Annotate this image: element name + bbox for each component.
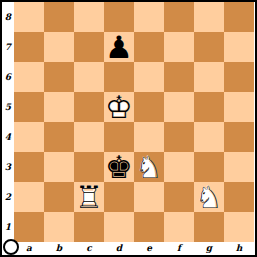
square-h8[interactable] (224, 2, 254, 32)
square-b1[interactable] (44, 212, 74, 242)
piece-white-rook-c2[interactable]: ♜♖ (74, 182, 104, 212)
square-a4[interactable] (14, 122, 44, 152)
square-b5[interactable] (44, 92, 74, 122)
square-g3[interactable] (194, 152, 224, 182)
square-b2[interactable] (44, 182, 74, 212)
square-d7[interactable]: ♟ (104, 32, 134, 62)
square-b6[interactable] (44, 62, 74, 92)
square-c8[interactable] (74, 2, 104, 32)
square-f3[interactable] (164, 152, 194, 182)
square-f2[interactable] (164, 182, 194, 212)
square-b4[interactable] (44, 122, 74, 152)
piece-outline-layer: ♘ (194, 182, 224, 212)
square-c2[interactable]: ♜♖ (74, 182, 104, 212)
square-c4[interactable] (74, 122, 104, 152)
square-d4[interactable] (104, 122, 134, 152)
square-e7[interactable] (134, 32, 164, 62)
rank-label-3: 3 (2, 152, 14, 182)
square-f8[interactable] (164, 2, 194, 32)
file-label-c: c (74, 242, 104, 255)
square-h5[interactable] (224, 92, 254, 122)
piece-black-pawn-d7[interactable]: ♟ (104, 32, 134, 62)
square-c3[interactable] (74, 152, 104, 182)
file-label-g: g (194, 242, 224, 255)
rank-label-2: 2 (2, 182, 14, 212)
chess-diagram: ♟♚♔♚♞♘♜♖♞♘ 87654321abcdefgh (0, 0, 257, 257)
rank-label-6: 6 (2, 62, 14, 92)
square-g6[interactable] (194, 62, 224, 92)
rank-label-7: 7 (2, 32, 14, 62)
file-label-b: b (44, 242, 74, 255)
square-b7[interactable] (44, 32, 74, 62)
square-a8[interactable] (14, 2, 44, 32)
file-label-a: a (14, 242, 44, 255)
piece-black-king-d3[interactable]: ♚ (104, 152, 134, 182)
piece-outline-layer: ♖ (74, 182, 104, 212)
square-a1[interactable] (14, 212, 44, 242)
square-d3[interactable]: ♚ (104, 152, 134, 182)
square-a5[interactable] (14, 92, 44, 122)
square-e6[interactable] (134, 62, 164, 92)
square-c5[interactable] (74, 92, 104, 122)
square-a2[interactable] (14, 182, 44, 212)
square-f6[interactable] (164, 62, 194, 92)
square-f5[interactable] (164, 92, 194, 122)
square-h2[interactable] (224, 182, 254, 212)
rank-label-5: 5 (2, 92, 14, 122)
rank-label-8: 8 (2, 2, 14, 32)
square-b8[interactable] (44, 2, 74, 32)
file-label-f: f (164, 242, 194, 255)
square-h7[interactable] (224, 32, 254, 62)
chess-board: ♟♚♔♚♞♘♜♖♞♘ (14, 2, 254, 242)
square-h3[interactable] (224, 152, 254, 182)
piece-outline-layer: ♔ (104, 92, 134, 122)
file-label-d: d (104, 242, 134, 255)
rank-label-4: 4 (2, 122, 14, 152)
square-e4[interactable] (134, 122, 164, 152)
square-d5[interactable]: ♚♔ (104, 92, 134, 122)
square-c6[interactable] (74, 62, 104, 92)
square-d1[interactable] (104, 212, 134, 242)
file-label-h: h (224, 242, 254, 255)
square-f4[interactable] (164, 122, 194, 152)
square-c7[interactable] (74, 32, 104, 62)
square-g4[interactable] (194, 122, 224, 152)
square-d8[interactable] (104, 2, 134, 32)
square-h6[interactable] (224, 62, 254, 92)
square-a7[interactable] (14, 32, 44, 62)
square-g8[interactable] (194, 2, 224, 32)
square-d2[interactable] (104, 182, 134, 212)
square-d6[interactable] (104, 62, 134, 92)
square-g7[interactable] (194, 32, 224, 62)
piece-outline-layer: ♘ (134, 152, 164, 182)
piece-white-king-d5[interactable]: ♚♔ (104, 92, 134, 122)
square-e2[interactable] (134, 182, 164, 212)
square-b3[interactable] (44, 152, 74, 182)
rank-label-1: 1 (2, 212, 14, 242)
square-g5[interactable] (194, 92, 224, 122)
square-e1[interactable] (134, 212, 164, 242)
square-a6[interactable] (14, 62, 44, 92)
square-g1[interactable] (194, 212, 224, 242)
square-h1[interactable] (224, 212, 254, 242)
square-f7[interactable] (164, 32, 194, 62)
piece-white-knight-e3[interactable]: ♞♘ (134, 152, 164, 182)
square-c1[interactable] (74, 212, 104, 242)
piece-white-knight-g2[interactable]: ♞♘ (194, 182, 224, 212)
square-e8[interactable] (134, 2, 164, 32)
square-a3[interactable] (14, 152, 44, 182)
square-e5[interactable] (134, 92, 164, 122)
square-f1[interactable] (164, 212, 194, 242)
square-h4[interactable] (224, 122, 254, 152)
square-g2[interactable]: ♞♘ (194, 182, 224, 212)
file-label-e: e (134, 242, 164, 255)
square-e3[interactable]: ♞♘ (134, 152, 164, 182)
